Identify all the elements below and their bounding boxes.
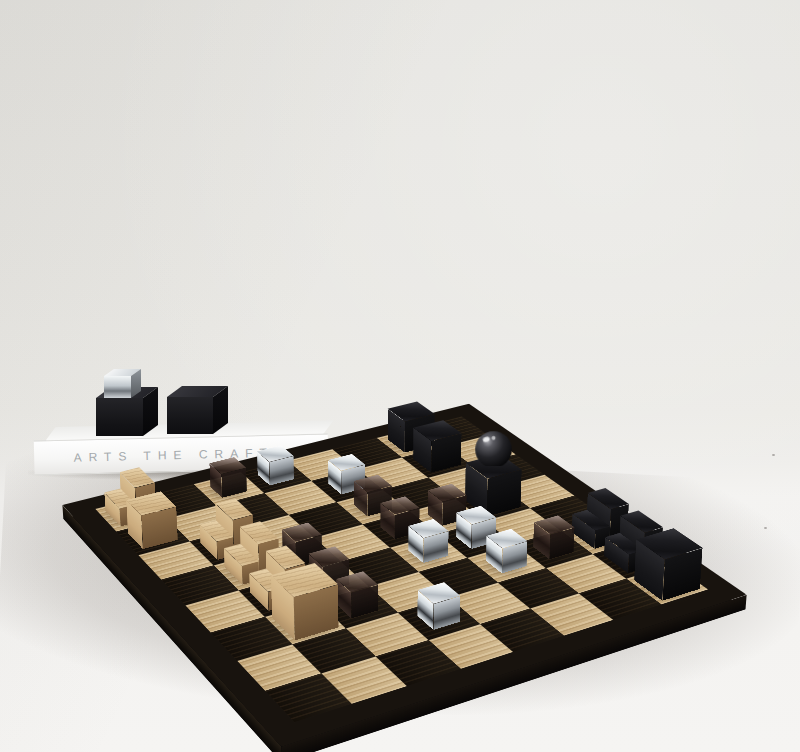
piece-black-king-sphere-d7-sphere [475, 431, 512, 468]
scene [0, 0, 800, 752]
board-plane [62, 404, 746, 747]
piece-black-king-sphere-d7-sphere-highlight-2 [492, 436, 496, 440]
piece-black-king-sphere-d7-sphere-highlight [483, 436, 491, 443]
